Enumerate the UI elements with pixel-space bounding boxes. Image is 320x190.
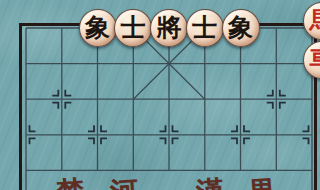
black-advisor-piece[interactable]: 士	[186, 9, 224, 47]
piece-glyph: 士	[192, 15, 217, 40]
river-character: 漢	[195, 177, 225, 190]
black-general-piece[interactable]: 將	[150, 9, 188, 47]
piece-glyph: 士	[121, 15, 146, 40]
piece-glyph: 將	[157, 15, 182, 40]
black-elephant-piece[interactable]: 象	[79, 9, 117, 47]
piece-glyph: 馬	[310, 8, 320, 33]
river-character: 界	[247, 177, 277, 190]
black-elephant-piece[interactable]: 象	[222, 9, 260, 47]
river-character: 楚	[55, 177, 85, 190]
river-character: 河	[109, 177, 139, 190]
piece-glyph: 象	[228, 15, 253, 40]
xiangqi-board[interactable]: 楚河漢界 象士將士象馬車	[0, 0, 320, 190]
piece-glyph: 象	[85, 15, 110, 40]
piece-glyph: 車	[310, 46, 320, 71]
